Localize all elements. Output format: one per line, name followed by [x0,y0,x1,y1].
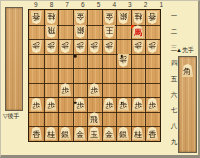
shogi-piece-銀: 銀 [59,127,72,140]
gote-label: ▽後手 [3,112,20,121]
piece-kanji: 歩 [134,100,142,110]
piece-kanji: 桂 [134,129,142,139]
square-3四[interactable]: 歩 [116,54,132,70]
square-9六[interactable] [29,83,45,99]
rank-label-七: 七 [170,103,178,119]
shogi-piece-歩: 歩 [132,40,145,53]
shogi-piece-歩: 歩 [103,98,116,111]
shogi-piece-歩: 歩 [88,83,101,96]
piece-kanji: 桂 [47,129,55,139]
piece-kanji: 歩 [76,40,84,50]
piece-kanji: 歩 [76,100,84,110]
square-6一[interactable]: 金 [73,10,89,26]
rank-label-二: 二 [170,25,178,41]
piece-kanji: 飛 [90,115,98,125]
square-7八[interactable] [58,112,74,128]
square-9一[interactable]: 香 [29,10,45,26]
star-point [120,55,123,58]
star-point [74,101,77,104]
shogi-piece-歩: 歩 [117,98,130,111]
square-5一[interactable] [87,10,103,26]
piece-kanji: 銀 [119,11,127,21]
shogi-piece-歩: 歩 [30,40,43,53]
square-9二[interactable] [29,25,45,41]
square-3一[interactable]: 銀 [116,10,132,26]
shogi-piece-歩: 歩 [132,98,145,111]
square-5二[interactable] [87,25,103,41]
shogi-piece-歩: 歩 [146,40,159,53]
last-move-marker [131,25,135,29]
square-9四[interactable] [29,54,45,70]
square-5三[interactable]: 歩 [87,39,103,55]
piece-kanji: 歩 [148,100,156,110]
square-7九[interactable]: 銀 [58,126,74,141]
piece-kanji: 王 [105,26,113,36]
shogi-piece-桂: 桂 [45,127,58,140]
square-4五[interactable] [102,68,118,84]
piece-kanji: 角 [184,66,192,76]
square-9七[interactable]: 歩 [29,97,45,113]
piece-kanji: 玉 [90,129,98,139]
shogi-piece-歩: 歩 [30,98,43,111]
square-8三[interactable]: 歩 [44,39,60,55]
square-8六[interactable] [44,83,60,99]
shogi-piece-飛: 飛 [45,25,58,38]
file-label-4: 4 [106,1,122,9]
square-3九[interactable]: 銀 [116,126,132,141]
piece-kanji: 香 [32,11,40,21]
shogi-piece-歩: 歩 [59,83,72,96]
square-8九[interactable]: 桂 [44,126,60,141]
square-1六[interactable] [145,83,160,99]
square-1八[interactable] [145,112,160,128]
file-label-5: 5 [91,1,107,9]
square-6二[interactable]: 銀 [73,25,89,41]
shogi-piece-歩: 歩 [59,40,72,53]
rank-label-一: 一 [170,9,178,25]
square-1九[interactable]: 香 [145,126,160,141]
piece-kanji: 香 [148,129,156,139]
piece-kanji: 歩 [90,40,98,50]
file-labels: 987654321 [28,1,169,9]
square-2六[interactable] [131,83,147,99]
file-label-2: 2 [138,1,154,9]
square-6六[interactable] [73,83,89,99]
shogi-piece-銀: 銀 [117,11,130,24]
shogi-diagram: 987654321 一二三四五六七八九 ▽後手 角 ▲先手 香桂金金銀桂香飛銀王… [0,0,200,158]
piece-kanji: 香 [32,129,40,139]
piece-kanji: 歩 [61,40,69,50]
piece-kanji: 歩 [105,40,113,50]
square-8一[interactable]: 桂 [44,10,60,26]
square-7六[interactable]: 歩 [58,83,74,99]
piece-kanji: 金 [76,11,84,21]
shogi-piece-金: 金 [103,11,116,24]
shogi-piece-金: 金 [74,11,87,24]
star-point [74,55,77,58]
shogi-piece-香: 香 [30,11,43,24]
square-7一[interactable] [58,10,74,26]
square-6五[interactable] [73,68,89,84]
square-7三[interactable]: 歩 [58,39,74,55]
piece-kanji: 歩 [148,40,156,50]
sente-hand-tray: 角 [178,56,197,153]
square-7二[interactable] [58,25,74,41]
rank-label-五: 五 [170,72,178,88]
piece-kanji: 歩 [61,86,69,96]
square-9三[interactable]: 歩 [29,39,45,55]
square-6三[interactable]: 歩 [73,39,89,55]
square-8二[interactable]: 飛 [44,25,60,41]
square-7四[interactable] [58,54,74,70]
square-5八[interactable]: 飛 [87,112,103,128]
square-8五[interactable] [44,68,60,84]
file-label-3: 3 [122,1,138,9]
square-2七[interactable]: 歩 [131,97,147,113]
square-5六[interactable]: 歩 [87,83,103,99]
piece-kanji: 香 [148,11,156,21]
piece-kanji: 歩 [90,86,98,96]
piece-kanji: 馬 [134,28,142,38]
square-6九[interactable]: 金 [73,126,89,141]
shogi-piece-歩: 歩 [103,40,116,53]
rank-label-四: 四 [170,56,178,72]
shogi-piece-歩: 歩 [45,98,58,111]
piece-kanji: 飛 [47,26,55,36]
square-5七[interactable] [87,97,103,113]
square-3八[interactable] [116,112,132,128]
rank-label-六: 六 [170,87,178,103]
gote-hand-tray [5,7,23,111]
piece-kanji: 銀 [61,129,69,139]
shogi-piece-歩: 歩 [117,54,130,67]
file-label-9: 9 [28,1,44,9]
square-3七[interactable]: 歩 [116,97,132,113]
file-label-1: 1 [153,1,169,9]
square-2一[interactable]: 桂 [131,10,147,26]
shogi-piece-桂: 桂 [45,11,58,24]
square-4一[interactable]: 金 [102,10,118,26]
file-label-8: 8 [44,1,60,9]
piece-kanji: 金 [76,129,84,139]
square-8七[interactable]: 歩 [44,97,60,113]
shogi-piece-香: 香 [146,127,159,140]
square-6八[interactable] [73,112,89,128]
shogi-piece-桂: 桂 [132,127,145,140]
piece-kanji: 銀 [119,129,127,139]
square-1五[interactable] [145,68,160,84]
square-4九[interactable]: 金 [102,126,118,141]
file-label-7: 7 [59,1,75,9]
square-1二[interactable] [145,25,160,41]
shogi-piece-玉: 玉 [88,127,101,140]
piece-kanji: 歩 [47,40,55,50]
rank-labels: 一二三四五六七八九 [170,9,178,150]
rank-label-八: 八 [170,119,178,135]
shogi-piece-歩: 歩 [88,40,101,53]
square-3六[interactable] [116,83,132,99]
shogi-piece-桂: 桂 [132,11,145,24]
square-1一[interactable]: 香 [145,10,160,26]
square-2二[interactable]: 馬 [131,25,147,41]
shogi-piece-金: 金 [74,127,87,140]
square-2三[interactable]: 歩 [131,39,147,55]
shogi-piece-歩: 歩 [74,98,87,111]
square-7五[interactable] [58,68,74,84]
piece-kanji: 金 [105,11,113,21]
shogi-piece-歩: 歩 [146,98,159,111]
square-2八[interactable] [131,112,147,128]
square-9九[interactable]: 香 [29,126,45,141]
square-9八[interactable] [29,112,45,128]
square-4三[interactable]: 歩 [102,39,118,55]
square-1三[interactable]: 歩 [145,39,160,55]
square-2九[interactable]: 桂 [131,126,147,141]
shogi-piece-香: 香 [146,11,159,24]
square-2四[interactable] [131,54,147,70]
square-4四[interactable] [102,54,118,70]
shogi-board: 香桂金金銀桂香飛銀王馬歩歩歩歩歩歩歩歩歩歩歩歩歩歩歩歩歩歩飛香桂銀金玉金銀桂香 [28,9,161,142]
shogi-piece-飛: 飛 [88,112,101,125]
shogi-piece-銀: 銀 [74,25,87,38]
square-2五[interactable] [131,68,147,84]
shogi-piece-歩: 歩 [45,40,58,53]
piece-kanji: 歩 [105,100,113,110]
square-3三[interactable] [116,39,132,55]
square-4二[interactable]: 王 [102,25,118,41]
shogi-piece-王: 王 [103,25,116,38]
square-4八[interactable] [102,112,118,128]
shogi-piece-銀: 銀 [117,127,130,140]
shogi-piece-角: 角 [181,64,194,77]
square-8四[interactable] [44,54,60,70]
sente-label: ▲先手 [176,46,194,55]
square-7七[interactable] [58,97,74,113]
square-5五[interactable] [87,68,103,84]
square-5四[interactable] [87,54,103,70]
piece-kanji: 金 [105,129,113,139]
square-8八[interactable] [44,112,60,128]
piece-kanji: 銀 [76,26,84,36]
square-4七[interactable]: 歩 [102,97,118,113]
rank-label-九: 九 [170,134,178,150]
shogi-piece-香: 香 [30,127,43,140]
square-5九[interactable]: 玉 [87,126,103,141]
square-1四[interactable] [145,54,160,70]
shogi-piece-金: 金 [103,127,116,140]
square-1七[interactable]: 歩 [145,97,160,113]
piece-kanji: 桂 [134,11,142,21]
piece-kanji: 歩 [47,100,55,110]
piece-kanji: 歩 [32,40,40,50]
piece-kanji: 桂 [47,11,55,21]
star-point [120,101,123,104]
piece-kanji: 歩 [134,40,142,50]
shogi-piece-歩: 歩 [74,40,87,53]
file-label-6: 6 [75,1,91,9]
square-4六[interactable] [102,83,118,99]
square-3二[interactable] [116,25,132,41]
square-3五[interactable] [116,68,132,84]
piece-kanji: 歩 [32,100,40,110]
square-9五[interactable] [29,68,45,84]
square-6七[interactable]: 歩 [73,97,89,113]
